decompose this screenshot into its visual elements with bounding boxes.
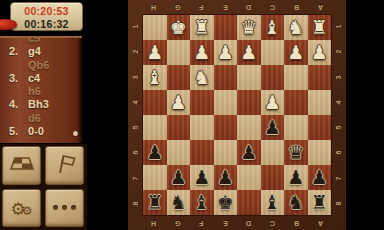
file-label: G: [166, 217, 190, 230]
flag-icon: [53, 152, 77, 179]
square-d6[interactable]: ♟: [237, 140, 261, 165]
square-e8[interactable]: ♚: [214, 190, 238, 215]
board-button[interactable]: [2, 146, 41, 185]
file-label: B: [285, 217, 309, 230]
move-white-san: Bh3: [26, 98, 49, 111]
rank-label: 1: [332, 14, 345, 39]
square-b4[interactable]: [284, 90, 308, 115]
app-screen: 00:20:53 00:16:32 c52.g4Qb63.c4h64.Bh3d6…: [0, 0, 384, 230]
black-king[interactable]: ♚: [217, 193, 234, 212]
rank-label: 6: [129, 140, 142, 165]
rank-label: 6: [332, 140, 345, 165]
white-pawn[interactable]: ♟: [146, 43, 163, 62]
file-label: C: [261, 217, 285, 230]
ellipsis-icon: [53, 205, 76, 210]
move-row: c5: [0, 36, 82, 45]
file-label: E: [213, 217, 237, 230]
white-rook[interactable]: ♜: [193, 18, 210, 37]
white-pawn[interactable]: ♟: [287, 43, 304, 62]
white-queen[interactable]: ♛: [240, 18, 257, 37]
move-white-san: g4: [26, 45, 41, 58]
white-pawn[interactable]: ♟: [193, 43, 210, 62]
rank-label: 4: [129, 90, 142, 115]
square-h4[interactable]: [143, 90, 167, 115]
square-e5[interactable]: [214, 115, 238, 140]
move-black-san: c5: [26, 36, 40, 45]
move-white-san: 0-0: [26, 125, 44, 138]
rank-label: 3: [332, 65, 345, 90]
white-pawn[interactable]: ♟: [217, 43, 234, 62]
black-pawn[interactable]: ♟: [193, 168, 210, 187]
square-g2[interactable]: [167, 40, 191, 65]
move-row: 2.g4: [0, 45, 82, 58]
square-c1[interactable]: ♝: [261, 15, 285, 40]
square-h1[interactable]: [143, 15, 167, 40]
square-d7[interactable]: [237, 165, 261, 190]
move-number: 4.: [0, 98, 26, 111]
file-label: B: [285, 1, 309, 14]
white-pawn[interactable]: ♟: [240, 43, 257, 62]
square-e7[interactable]: ♟: [214, 165, 238, 190]
square-g7[interactable]: ♟: [167, 165, 191, 190]
move-black-san: Qb6: [26, 59, 49, 72]
square-d5[interactable]: [237, 115, 261, 140]
more-button[interactable]: [45, 189, 84, 228]
white-knight[interactable]: ♞: [287, 18, 304, 37]
white-knight[interactable]: ♞: [193, 68, 210, 87]
rank-labels-right: 12345678: [332, 14, 345, 216]
black-queen[interactable]: ♛: [287, 143, 304, 162]
black-pawn[interactable]: ♟: [311, 168, 328, 187]
black-pawn[interactable]: ♟: [264, 118, 281, 137]
square-d1[interactable]: ♛: [237, 15, 261, 40]
square-e3[interactable]: [214, 65, 238, 90]
file-label: F: [190, 217, 214, 230]
file-labels-top: HGFEDCBA: [142, 1, 332, 14]
white-king[interactable]: ♚: [170, 18, 187, 37]
flag-button[interactable]: [45, 146, 84, 185]
square-a3[interactable]: [308, 65, 332, 90]
square-a6[interactable]: [308, 140, 332, 165]
rank-label: 4: [332, 90, 345, 115]
move-number: 2.: [0, 45, 26, 58]
square-d3[interactable]: [237, 65, 261, 90]
square-c5[interactable]: ♟: [261, 115, 285, 140]
file-label: D: [237, 217, 261, 230]
square-b3[interactable]: [284, 65, 308, 90]
square-a8[interactable]: ♜: [308, 190, 332, 215]
square-e1[interactable]: [214, 15, 238, 40]
rank-label: 2: [129, 39, 142, 64]
board-squares: ♚♜♛♝♞♜♟♟♟♟♟♟♝♞♟♟♟♟♟♛♟♟♟♟♟♜♞♝♚♝♞♜: [142, 14, 332, 216]
square-a2[interactable]: ♟: [308, 40, 332, 65]
white-bishop[interactable]: ♝: [264, 18, 281, 37]
rank-label: 8: [129, 191, 142, 216]
board-icon: [9, 156, 35, 175]
rank-label: 3: [129, 65, 142, 90]
move-row: 4.Bh3: [0, 98, 82, 111]
scroll-indicator-dot: [73, 131, 78, 136]
rank-label: 7: [129, 166, 142, 191]
square-c8[interactable]: ♝: [261, 190, 285, 215]
bottom-clock: 00:16:32: [11, 18, 82, 31]
square-a1[interactable]: ♜: [308, 15, 332, 40]
rank-label: 5: [332, 115, 345, 140]
square-h5[interactable]: [143, 115, 167, 140]
square-f1[interactable]: ♜: [190, 15, 214, 40]
toolbar: ⚙⚙: [0, 144, 87, 230]
square-d8[interactable]: [237, 190, 261, 215]
clock-panel: 00:20:53 00:16:32: [10, 2, 83, 31]
rank-label: 1: [129, 14, 142, 39]
square-b8[interactable]: ♞: [284, 190, 308, 215]
square-c2[interactable]: [261, 40, 285, 65]
white-rook[interactable]: ♜: [311, 18, 328, 37]
square-e2[interactable]: ♟: [214, 40, 238, 65]
file-label: E: [213, 1, 237, 14]
square-f3[interactable]: ♞: [190, 65, 214, 90]
square-d4[interactable]: [237, 90, 261, 115]
square-g8[interactable]: ♞: [167, 190, 191, 215]
move-black-san: d6: [26, 112, 41, 125]
square-c3[interactable]: [261, 65, 285, 90]
black-knight[interactable]: ♞: [170, 193, 187, 212]
square-g3[interactable]: [167, 65, 191, 90]
black-bishop[interactable]: ♝: [264, 193, 281, 212]
gears-icon: ⚙⚙: [10, 197, 32, 218]
move-number: 3.: [0, 72, 26, 85]
white-pawn[interactable]: ♟: [264, 93, 281, 112]
square-f7[interactable]: ♟: [190, 165, 214, 190]
file-label: H: [142, 1, 166, 14]
move-black-san: h6: [26, 85, 41, 98]
square-b2[interactable]: ♟: [284, 40, 308, 65]
square-h3[interactable]: ♝: [143, 65, 167, 90]
rank-labels-left: 12345678: [129, 14, 142, 216]
square-g1[interactable]: ♚: [167, 15, 191, 40]
move-list: c52.g4Qb63.c4h64.Bh3d65.0-0: [0, 36, 82, 138]
square-b1[interactable]: ♞: [284, 15, 308, 40]
black-pawn[interactable]: ♟: [217, 168, 234, 187]
file-labels-bottom: HGFEDCBA: [142, 217, 332, 230]
rank-label: 2: [332, 39, 345, 64]
move-row: h6: [0, 85, 82, 98]
square-e4[interactable]: [214, 90, 238, 115]
square-e6[interactable]: [214, 140, 238, 165]
square-c6[interactable]: [261, 140, 285, 165]
square-h2[interactable]: ♟: [143, 40, 167, 65]
file-label: A: [308, 217, 332, 230]
move-list-panel[interactable]: c52.g4Qb63.c4h64.Bh3d65.0-0: [0, 36, 82, 143]
black-pawn[interactable]: ♟: [240, 143, 257, 162]
file-label: A: [308, 1, 332, 14]
square-g5[interactable]: [167, 115, 191, 140]
black-rook[interactable]: ♜: [311, 193, 328, 212]
file-label: C: [261, 1, 285, 14]
rank-label: 7: [332, 166, 345, 191]
file-label: F: [190, 1, 214, 14]
square-b7[interactable]: ♟: [284, 165, 308, 190]
move-row: d6: [0, 112, 82, 125]
move-row: 3.c4: [0, 72, 82, 85]
rank-label: 5: [129, 115, 142, 140]
square-h7[interactable]: [143, 165, 167, 190]
square-b6[interactable]: ♛: [284, 140, 308, 165]
move-row: Qb6: [0, 59, 82, 72]
square-f6[interactable]: [190, 140, 214, 165]
chess-board: HGFEDCBA HGFEDCBA 12345678 12345678 ♚♜♛♝…: [128, 0, 346, 230]
black-knight[interactable]: ♞: [287, 193, 304, 212]
rank-label: 8: [332, 191, 345, 216]
file-label: H: [142, 217, 166, 230]
square-c7[interactable]: [261, 165, 285, 190]
square-h8[interactable]: ♜: [143, 190, 167, 215]
file-label: D: [237, 1, 261, 14]
move-row: 5.0-0: [0, 125, 82, 138]
move-white-san: c4: [26, 72, 40, 85]
black-bishop[interactable]: ♝: [193, 193, 210, 212]
black-pawn[interactable]: ♟: [287, 168, 304, 187]
black-pawn[interactable]: ♟: [146, 143, 163, 162]
square-h6[interactable]: ♟: [143, 140, 167, 165]
black-rook[interactable]: ♜: [146, 193, 163, 212]
square-c4[interactable]: ♟: [261, 90, 285, 115]
square-a5[interactable]: [308, 115, 332, 140]
square-g6[interactable]: [167, 140, 191, 165]
square-f2[interactable]: ♟: [190, 40, 214, 65]
white-bishop[interactable]: ♝: [146, 68, 163, 87]
file-label: G: [166, 1, 190, 14]
settings-button[interactable]: ⚙⚙: [2, 189, 41, 228]
square-f8[interactable]: ♝: [190, 190, 214, 215]
square-f4[interactable]: [190, 90, 214, 115]
white-pawn[interactable]: ♟: [311, 43, 328, 62]
square-a7[interactable]: ♟: [308, 165, 332, 190]
white-pawn[interactable]: ♟: [170, 93, 187, 112]
square-f5[interactable]: [190, 115, 214, 140]
move-number: 5.: [0, 125, 26, 138]
square-a4[interactable]: [308, 90, 332, 115]
square-d2[interactable]: ♟: [237, 40, 261, 65]
black-pawn[interactable]: ♟: [170, 168, 187, 187]
square-g4[interactable]: ♟: [167, 90, 191, 115]
top-clock: 00:20:53: [11, 5, 82, 18]
square-b5[interactable]: [284, 115, 308, 140]
